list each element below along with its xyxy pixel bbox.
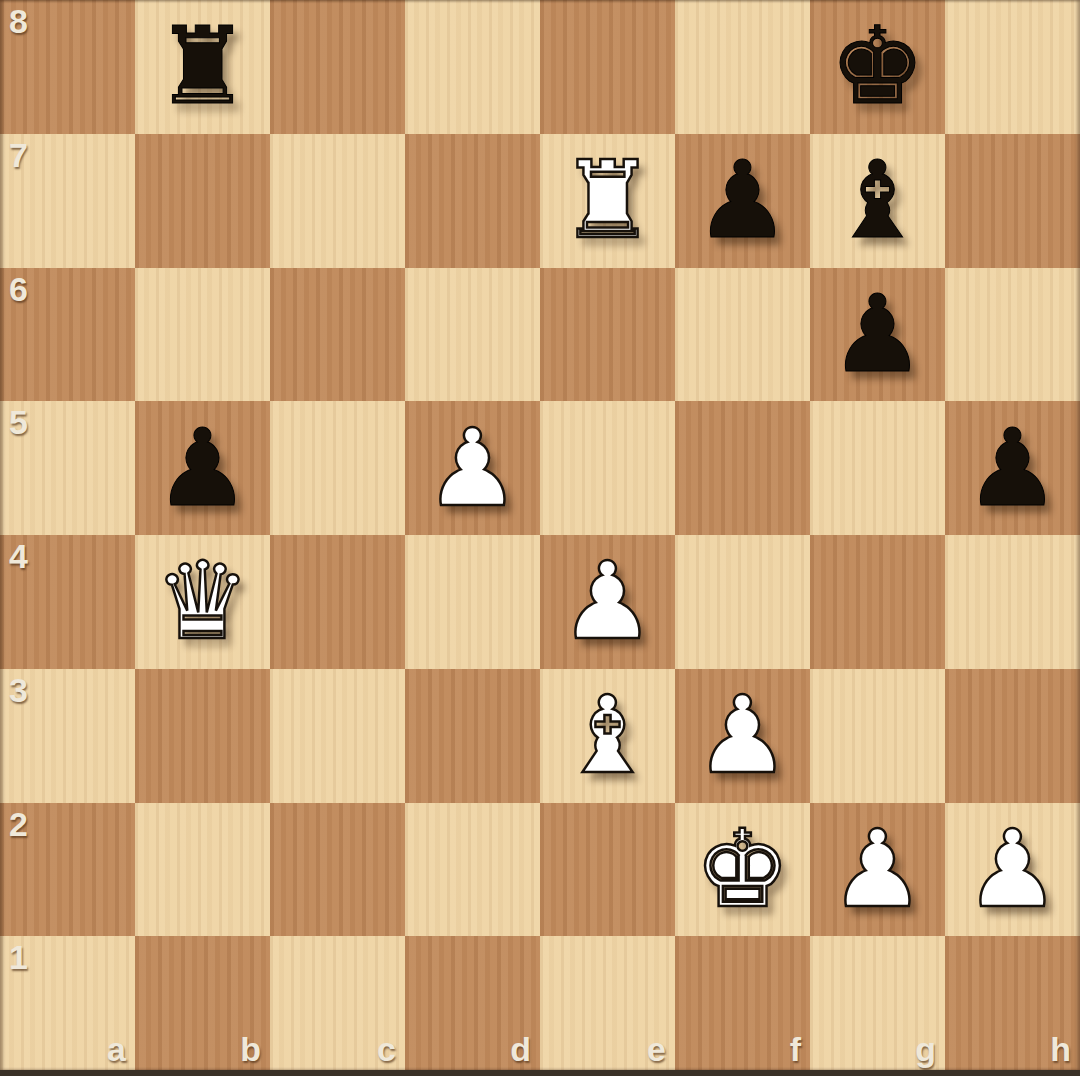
square-d1[interactable]: d: [405, 936, 540, 1070]
rank-label-6: 6: [9, 270, 28, 309]
black-pawn-b5[interactable]: ♟: [135, 401, 270, 535]
square-b2[interactable]: [135, 803, 270, 937]
square-e3[interactable]: ♝: [540, 669, 675, 803]
black-rook-b8[interactable]: ♜: [135, 0, 270, 134]
square-g8[interactable]: ♚: [810, 0, 945, 134]
square-d2[interactable]: [405, 803, 540, 937]
square-d3[interactable]: [405, 669, 540, 803]
square-g7[interactable]: ♝: [810, 134, 945, 268]
square-f5[interactable]: [675, 401, 810, 535]
white-pawn-d5[interactable]: ♟: [405, 401, 540, 535]
white-queen-b4[interactable]: ♛: [135, 535, 270, 669]
square-c8[interactable]: [270, 0, 405, 134]
square-h1[interactable]: h: [945, 936, 1080, 1070]
white-king-f2[interactable]: ♚: [675, 803, 810, 937]
square-f8[interactable]: [675, 0, 810, 134]
square-c6[interactable]: [270, 268, 405, 402]
square-e4[interactable]: ♟: [540, 535, 675, 669]
square-h6[interactable]: [945, 268, 1080, 402]
square-a7[interactable]: 7: [0, 134, 135, 268]
square-g6[interactable]: ♟: [810, 268, 945, 402]
rank-label-8: 8: [9, 2, 28, 41]
square-c2[interactable]: [270, 803, 405, 937]
square-h7[interactable]: [945, 134, 1080, 268]
rank-label-4: 4: [9, 537, 28, 576]
square-a3[interactable]: 3: [0, 669, 135, 803]
square-b4[interactable]: ♛: [135, 535, 270, 669]
white-pawn-g2[interactable]: ♟: [810, 803, 945, 937]
square-h2[interactable]: ♟: [945, 803, 1080, 937]
square-g4[interactable]: [810, 535, 945, 669]
square-h3[interactable]: [945, 669, 1080, 803]
square-c4[interactable]: [270, 535, 405, 669]
square-d5[interactable]: ♟: [405, 401, 540, 535]
chess-board: 8♜♚7♜♟♝6♟5♟♟♟4♛♟3♝♟2♚♟♟1abcdefgh: [0, 0, 1080, 1076]
square-f6[interactable]: [675, 268, 810, 402]
square-a1[interactable]: 1a: [0, 936, 135, 1070]
black-pawn-f7[interactable]: ♟: [675, 134, 810, 268]
square-b8[interactable]: ♜: [135, 0, 270, 134]
square-f7[interactable]: ♟: [675, 134, 810, 268]
board-grid: 8♜♚7♜♟♝6♟5♟♟♟4♛♟3♝♟2♚♟♟1abcdefgh: [0, 0, 1080, 1070]
black-pawn-g6[interactable]: ♟: [810, 268, 945, 402]
square-d6[interactable]: [405, 268, 540, 402]
white-pawn-e4[interactable]: ♟: [540, 535, 675, 669]
rank-label-7: 7: [9, 136, 28, 175]
square-c1[interactable]: c: [270, 936, 405, 1070]
square-d4[interactable]: [405, 535, 540, 669]
square-a6[interactable]: 6: [0, 268, 135, 402]
square-b1[interactable]: b: [135, 936, 270, 1070]
white-pawn-f3[interactable]: ♟: [675, 669, 810, 803]
board-bottom-edge: [0, 1070, 1080, 1076]
square-f4[interactable]: [675, 535, 810, 669]
square-e8[interactable]: [540, 0, 675, 134]
file-label-b: b: [240, 1030, 261, 1069]
square-b6[interactable]: [135, 268, 270, 402]
square-e1[interactable]: e: [540, 936, 675, 1070]
file-label-f: f: [790, 1030, 801, 1069]
white-bishop-e3[interactable]: ♝: [540, 669, 675, 803]
square-f3[interactable]: ♟: [675, 669, 810, 803]
rank-label-3: 3: [9, 671, 28, 710]
square-c5[interactable]: [270, 401, 405, 535]
square-c7[interactable]: [270, 134, 405, 268]
file-label-a: a: [107, 1030, 126, 1069]
rank-label-2: 2: [9, 805, 28, 844]
square-h4[interactable]: [945, 535, 1080, 669]
square-a8[interactable]: 8: [0, 0, 135, 134]
rank-label-5: 5: [9, 403, 28, 442]
square-g5[interactable]: [810, 401, 945, 535]
file-label-c: c: [377, 1030, 396, 1069]
square-c3[interactable]: [270, 669, 405, 803]
black-king-g8[interactable]: ♚: [810, 0, 945, 134]
square-e7[interactable]: ♜: [540, 134, 675, 268]
square-g1[interactable]: g: [810, 936, 945, 1070]
black-bishop-g7[interactable]: ♝: [810, 134, 945, 268]
square-g3[interactable]: [810, 669, 945, 803]
rank-label-1: 1: [9, 938, 28, 977]
white-rook-e7[interactable]: ♜: [540, 134, 675, 268]
square-f2[interactable]: ♚: [675, 803, 810, 937]
file-label-g: g: [915, 1030, 936, 1069]
square-b7[interactable]: [135, 134, 270, 268]
square-f1[interactable]: f: [675, 936, 810, 1070]
square-e2[interactable]: [540, 803, 675, 937]
file-label-d: d: [510, 1030, 531, 1069]
square-g2[interactable]: ♟: [810, 803, 945, 937]
square-e6[interactable]: [540, 268, 675, 402]
square-b5[interactable]: ♟: [135, 401, 270, 535]
square-a5[interactable]: 5: [0, 401, 135, 535]
square-d8[interactable]: [405, 0, 540, 134]
file-label-e: e: [647, 1030, 666, 1069]
file-label-h: h: [1050, 1030, 1071, 1069]
square-h8[interactable]: [945, 0, 1080, 134]
square-a4[interactable]: 4: [0, 535, 135, 669]
square-e5[interactable]: [540, 401, 675, 535]
white-pawn-h2[interactable]: ♟: [945, 803, 1080, 937]
black-pawn-h5[interactable]: ♟: [945, 401, 1080, 535]
square-h5[interactable]: ♟: [945, 401, 1080, 535]
square-b3[interactable]: [135, 669, 270, 803]
square-d7[interactable]: [405, 134, 540, 268]
square-a2[interactable]: 2: [0, 803, 135, 937]
